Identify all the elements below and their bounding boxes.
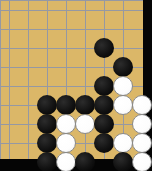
- grid-line-horizontal: [0, 48, 143, 49]
- white-stone: [132, 114, 152, 135]
- white-stone: [132, 95, 152, 116]
- white-stone: [132, 133, 152, 154]
- black-stone: [75, 152, 96, 171]
- grid-line-vertical-cropped: [0, 0, 1, 159]
- black-stone: [37, 152, 58, 171]
- white-stone: [56, 152, 77, 171]
- grid-line-horizontal-cropped: [0, 0, 143, 1]
- grid-line-vertical: [28, 0, 29, 159]
- white-stone: [132, 152, 152, 171]
- black-stone: [113, 152, 134, 171]
- screenshot-stage: [0, 0, 152, 171]
- grid-line-vertical: [9, 0, 10, 159]
- grid-line-horizontal: [0, 10, 143, 11]
- grid-line-horizontal: [0, 29, 143, 30]
- grid-line-vertical: [85, 0, 86, 159]
